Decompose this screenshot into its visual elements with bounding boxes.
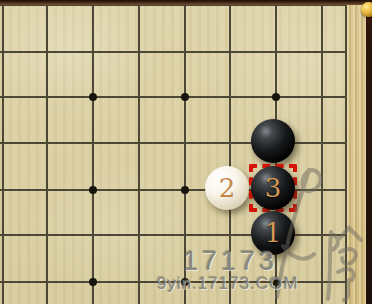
grid-h-line-3 (0, 142, 367, 144)
board-top-rim (0, 0, 372, 5)
grid-v-line-7 (321, 4, 323, 304)
grid-h-line-5 (0, 234, 367, 236)
grid-v-line-3 (138, 4, 140, 304)
move-number-label: 2 (219, 175, 236, 201)
board-right-frame (366, 0, 372, 304)
stone-black-1[interactable]: 1 (251, 211, 295, 255)
grid-v-line-2 (92, 4, 94, 304)
grid-v-line-4 (184, 4, 186, 304)
go-board[interactable]: 231 (0, 0, 372, 304)
star-point (89, 93, 97, 101)
star-point (272, 93, 280, 101)
star-point (89, 186, 97, 194)
grid-v-line-5 (229, 4, 231, 304)
star-point (272, 278, 280, 286)
star-point (181, 93, 189, 101)
star-point (89, 278, 97, 286)
grid-v-line-0 (2, 4, 4, 304)
stone-white-2[interactable]: 2 (205, 166, 249, 210)
star-point (181, 278, 189, 286)
move-number-label: 1 (265, 220, 282, 246)
board-right-margin (347, 0, 366, 304)
stone-black-3[interactable]: 3 (251, 166, 295, 210)
go-board-screenshot: 231 17173 9yin.17173.COM (0, 0, 372, 304)
stone-black[interactable] (251, 119, 295, 163)
gold-bead-icon (361, 2, 372, 17)
grid-v-line-1 (46, 4, 48, 304)
star-point (181, 186, 189, 194)
grid-h-line-1 (0, 51, 367, 53)
move-number-label: 3 (265, 175, 282, 201)
